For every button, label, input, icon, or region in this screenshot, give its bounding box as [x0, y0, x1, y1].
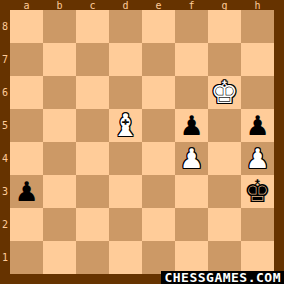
black-pawn: ♟ — [179, 112, 203, 139]
white-bishop: ♝ — [112, 110, 140, 141]
square-e3[interactable] — [142, 175, 175, 208]
chess-board: ♚♝♟♟♟♟♟♚ — [10, 10, 274, 274]
square-h4[interactable]: ♟ — [241, 142, 274, 175]
square-b1[interactable] — [43, 241, 76, 274]
square-c8[interactable] — [76, 10, 109, 43]
square-d2[interactable] — [109, 208, 142, 241]
square-d6[interactable] — [109, 76, 142, 109]
square-f2[interactable] — [175, 208, 208, 241]
rank-label-4: 4 — [0, 142, 10, 175]
square-a5[interactable] — [10, 109, 43, 142]
rank-label-5: 5 — [0, 109, 10, 142]
black-king: ♚ — [244, 176, 272, 207]
square-e6[interactable] — [142, 76, 175, 109]
white-pawn: ♟ — [179, 145, 203, 172]
square-h2[interactable] — [241, 208, 274, 241]
square-h7[interactable] — [241, 43, 274, 76]
white-pawn: ♟ — [245, 145, 269, 172]
square-d3[interactable] — [109, 175, 142, 208]
square-b3[interactable] — [43, 175, 76, 208]
square-e5[interactable] — [142, 109, 175, 142]
square-b8[interactable] — [43, 10, 76, 43]
square-h8[interactable] — [241, 10, 274, 43]
square-a3[interactable]: ♟ — [10, 175, 43, 208]
rank-label-6: 6 — [0, 76, 10, 109]
square-g4[interactable] — [208, 142, 241, 175]
rank-label-7: 7 — [0, 43, 10, 76]
black-pawn: ♟ — [14, 178, 38, 205]
square-c5[interactable] — [76, 109, 109, 142]
square-d5[interactable]: ♝ — [109, 109, 142, 142]
square-d4[interactable] — [109, 142, 142, 175]
square-g8[interactable] — [208, 10, 241, 43]
square-f3[interactable] — [175, 175, 208, 208]
square-h6[interactable] — [241, 76, 274, 109]
square-c4[interactable] — [76, 142, 109, 175]
square-f8[interactable] — [175, 10, 208, 43]
square-g5[interactable] — [208, 109, 241, 142]
rank-label-1: 1 — [0, 241, 10, 274]
white-king: ♚ — [211, 77, 239, 108]
square-d7[interactable] — [109, 43, 142, 76]
square-b6[interactable] — [43, 76, 76, 109]
square-c2[interactable] — [76, 208, 109, 241]
square-e7[interactable] — [142, 43, 175, 76]
square-a8[interactable] — [10, 10, 43, 43]
rank-label-3: 3 — [0, 175, 10, 208]
square-c3[interactable] — [76, 175, 109, 208]
square-a7[interactable] — [10, 43, 43, 76]
square-d1[interactable] — [109, 241, 142, 274]
square-g6[interactable]: ♚ — [208, 76, 241, 109]
square-a2[interactable] — [10, 208, 43, 241]
square-c1[interactable] — [76, 241, 109, 274]
square-f7[interactable] — [175, 43, 208, 76]
square-a1[interactable] — [10, 241, 43, 274]
square-h5[interactable]: ♟ — [241, 109, 274, 142]
square-c7[interactable] — [76, 43, 109, 76]
square-d8[interactable] — [109, 10, 142, 43]
square-b7[interactable] — [43, 43, 76, 76]
square-f4[interactable]: ♟ — [175, 142, 208, 175]
square-b4[interactable] — [43, 142, 76, 175]
square-g7[interactable] — [208, 43, 241, 76]
square-g2[interactable] — [208, 208, 241, 241]
square-b5[interactable] — [43, 109, 76, 142]
square-h3[interactable]: ♚ — [241, 175, 274, 208]
square-e8[interactable] — [142, 10, 175, 43]
square-e4[interactable] — [142, 142, 175, 175]
rank-label-2: 2 — [0, 208, 10, 241]
square-e2[interactable] — [142, 208, 175, 241]
square-a4[interactable] — [10, 142, 43, 175]
square-g3[interactable] — [208, 175, 241, 208]
chess-board-frame: abcdefgh 87654321 ♚♝♟♟♟♟♟♚ CHESSGAMES.CO… — [0, 0, 284, 284]
square-f5[interactable]: ♟ — [175, 109, 208, 142]
square-b2[interactable] — [43, 208, 76, 241]
square-a6[interactable] — [10, 76, 43, 109]
black-pawn: ♟ — [245, 112, 269, 139]
square-c6[interactable] — [76, 76, 109, 109]
rank-label-8: 8 — [0, 10, 10, 43]
square-f6[interactable] — [175, 76, 208, 109]
site-watermark: CHESSGAMES.COM — [161, 271, 284, 284]
